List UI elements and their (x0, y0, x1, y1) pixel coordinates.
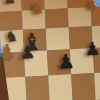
square-e7: ♟ (91, 6, 100, 26)
square-e4 (94, 72, 100, 100)
square-b5: ♟ (24, 51, 48, 77)
square-b4 (25, 75, 49, 100)
square-d6 (69, 26, 93, 49)
square-c6 (46, 27, 70, 50)
black-pawn-a8: ♟ (3, 0, 16, 6)
chessboard-photo: ♟♞♟♞♝♟♟♟♟ (0, 0, 100, 100)
square-d7 (68, 7, 92, 27)
square-c7 (45, 8, 69, 28)
square-c5: ♟ (47, 49, 71, 75)
square-a7 (0, 11, 23, 31)
square-d5 (70, 48, 94, 74)
square-e3 (96, 99, 100, 100)
square-c4 (48, 74, 72, 100)
square-b7: ♞ (22, 10, 46, 30)
square-a6: ♞ (0, 30, 24, 53)
square-d4 (71, 73, 95, 100)
square-e5: ♟ (93, 47, 100, 73)
square-b6: ♝ (23, 29, 47, 52)
black-knight-a6: ♞ (5, 29, 19, 45)
square-e6 (92, 25, 100, 48)
chess-board: ♟♞♟♞♝♟♟♟♟ (0, 0, 100, 100)
